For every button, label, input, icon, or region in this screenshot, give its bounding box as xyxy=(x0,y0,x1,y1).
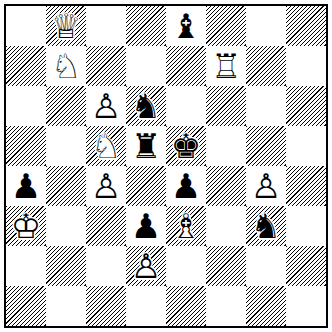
square-b5[interactable] xyxy=(46,126,86,166)
chess-board: ♛♕♝♝♞♘♜♖♟♙♞♞♞♘♜♜♚♚♟♟♟♙♟♟♟♙♚♔♟♟♝♗♞♞♟♙ xyxy=(6,6,326,326)
square-h2[interactable] xyxy=(286,246,326,286)
square-g2[interactable] xyxy=(246,246,286,286)
square-b1[interactable] xyxy=(46,286,86,326)
black-pawn[interactable]: ♟♟ xyxy=(166,166,206,206)
square-d6[interactable]: ♞♞ xyxy=(126,86,166,126)
square-e5[interactable]: ♚♚ xyxy=(166,126,206,166)
square-f6[interactable] xyxy=(206,86,246,126)
piece-glyph: ♗ xyxy=(166,206,206,246)
square-b6[interactable] xyxy=(46,86,86,126)
piece-glyph: ♚ xyxy=(166,126,206,166)
square-e3[interactable]: ♝♗ xyxy=(166,206,206,246)
square-c6[interactable]: ♟♙ xyxy=(86,86,126,126)
piece-glyph: ♕ xyxy=(46,6,86,46)
square-e8[interactable]: ♝♝ xyxy=(166,6,206,46)
square-d3[interactable]: ♟♟ xyxy=(126,206,166,246)
square-a8[interactable] xyxy=(6,6,46,46)
square-b2[interactable] xyxy=(46,246,86,286)
white-rook[interactable]: ♜♖ xyxy=(206,46,246,86)
square-h7[interactable] xyxy=(286,46,326,86)
square-e1[interactable] xyxy=(166,286,206,326)
square-b8[interactable]: ♛♕ xyxy=(46,6,86,46)
piece-glyph: ♙ xyxy=(246,166,286,206)
square-b4[interactable] xyxy=(46,166,86,206)
white-king[interactable]: ♚♔ xyxy=(6,206,46,246)
black-king[interactable]: ♚♚ xyxy=(166,126,206,166)
piece-glyph: ♔ xyxy=(6,206,46,246)
square-h5[interactable] xyxy=(286,126,326,166)
black-knight[interactable]: ♞♞ xyxy=(126,86,166,126)
square-a3[interactable]: ♚♔ xyxy=(6,206,46,246)
piece-glyph: ♘ xyxy=(46,46,86,86)
white-pawn[interactable]: ♟♙ xyxy=(86,166,126,206)
black-bishop[interactable]: ♝♝ xyxy=(166,6,206,46)
square-e6[interactable] xyxy=(166,86,206,126)
piece-glyph: ♝ xyxy=(166,6,206,46)
square-c1[interactable] xyxy=(86,286,126,326)
square-g5[interactable] xyxy=(246,126,286,166)
square-f3[interactable] xyxy=(206,206,246,246)
black-pawn[interactable]: ♟♟ xyxy=(126,206,166,246)
white-bishop[interactable]: ♝♗ xyxy=(166,206,206,246)
square-d8[interactable] xyxy=(126,6,166,46)
square-c7[interactable] xyxy=(86,46,126,86)
piece-glyph: ♟ xyxy=(6,166,46,206)
square-h6[interactable] xyxy=(286,86,326,126)
square-f1[interactable] xyxy=(206,286,246,326)
square-f5[interactable] xyxy=(206,126,246,166)
piece-glyph: ♘ xyxy=(86,126,126,166)
square-c5[interactable]: ♞♘ xyxy=(86,126,126,166)
square-h8[interactable] xyxy=(286,6,326,46)
piece-glyph: ♞ xyxy=(246,206,286,246)
square-g3[interactable]: ♞♞ xyxy=(246,206,286,246)
piece-glyph: ♞ xyxy=(126,86,166,126)
square-a4[interactable]: ♟♟ xyxy=(6,166,46,206)
piece-glyph: ♜ xyxy=(126,126,166,166)
square-h4[interactable] xyxy=(286,166,326,206)
piece-glyph: ♙ xyxy=(86,86,126,126)
square-d5[interactable]: ♜♜ xyxy=(126,126,166,166)
square-e4[interactable]: ♟♟ xyxy=(166,166,206,206)
square-f8[interactable] xyxy=(206,6,246,46)
square-a1[interactable] xyxy=(6,286,46,326)
square-g7[interactable] xyxy=(246,46,286,86)
white-knight[interactable]: ♞♘ xyxy=(46,46,86,86)
square-g1[interactable] xyxy=(246,286,286,326)
square-g4[interactable]: ♟♙ xyxy=(246,166,286,206)
square-b7[interactable]: ♞♘ xyxy=(46,46,86,86)
chess-board-frame: ♛♕♝♝♞♘♜♖♟♙♞♞♞♘♜♜♚♚♟♟♟♙♟♟♟♙♚♔♟♟♝♗♞♞♟♙ xyxy=(4,4,328,328)
square-d4[interactable] xyxy=(126,166,166,206)
white-queen[interactable]: ♛♕ xyxy=(46,6,86,46)
square-f7[interactable]: ♜♖ xyxy=(206,46,246,86)
square-c3[interactable] xyxy=(86,206,126,246)
square-f2[interactable] xyxy=(206,246,246,286)
square-g6[interactable] xyxy=(246,86,286,126)
square-a7[interactable] xyxy=(6,46,46,86)
white-pawn[interactable]: ♟♙ xyxy=(126,246,166,286)
square-d7[interactable] xyxy=(126,46,166,86)
square-h1[interactable] xyxy=(286,286,326,326)
piece-glyph: ♟ xyxy=(166,166,206,206)
square-c2[interactable] xyxy=(86,246,126,286)
square-g8[interactable] xyxy=(246,6,286,46)
square-a5[interactable] xyxy=(6,126,46,166)
piece-glyph: ♙ xyxy=(86,166,126,206)
square-c8[interactable] xyxy=(86,6,126,46)
square-h3[interactable] xyxy=(286,206,326,246)
white-knight[interactable]: ♞♘ xyxy=(86,126,126,166)
black-rook[interactable]: ♜♜ xyxy=(126,126,166,166)
square-a2[interactable] xyxy=(6,246,46,286)
piece-glyph: ♟ xyxy=(126,206,166,246)
piece-glyph: ♙ xyxy=(126,246,166,286)
white-pawn[interactable]: ♟♙ xyxy=(246,166,286,206)
square-b3[interactable] xyxy=(46,206,86,246)
square-e2[interactable] xyxy=(166,246,206,286)
black-pawn[interactable]: ♟♟ xyxy=(6,166,46,206)
square-c4[interactable]: ♟♙ xyxy=(86,166,126,206)
square-f4[interactable] xyxy=(206,166,246,206)
square-e7[interactable] xyxy=(166,46,206,86)
square-a6[interactable] xyxy=(6,86,46,126)
black-knight[interactable]: ♞♞ xyxy=(246,206,286,246)
square-d1[interactable] xyxy=(126,286,166,326)
square-d2[interactable]: ♟♙ xyxy=(126,246,166,286)
piece-glyph: ♖ xyxy=(206,46,246,86)
white-pawn[interactable]: ♟♙ xyxy=(86,86,126,126)
